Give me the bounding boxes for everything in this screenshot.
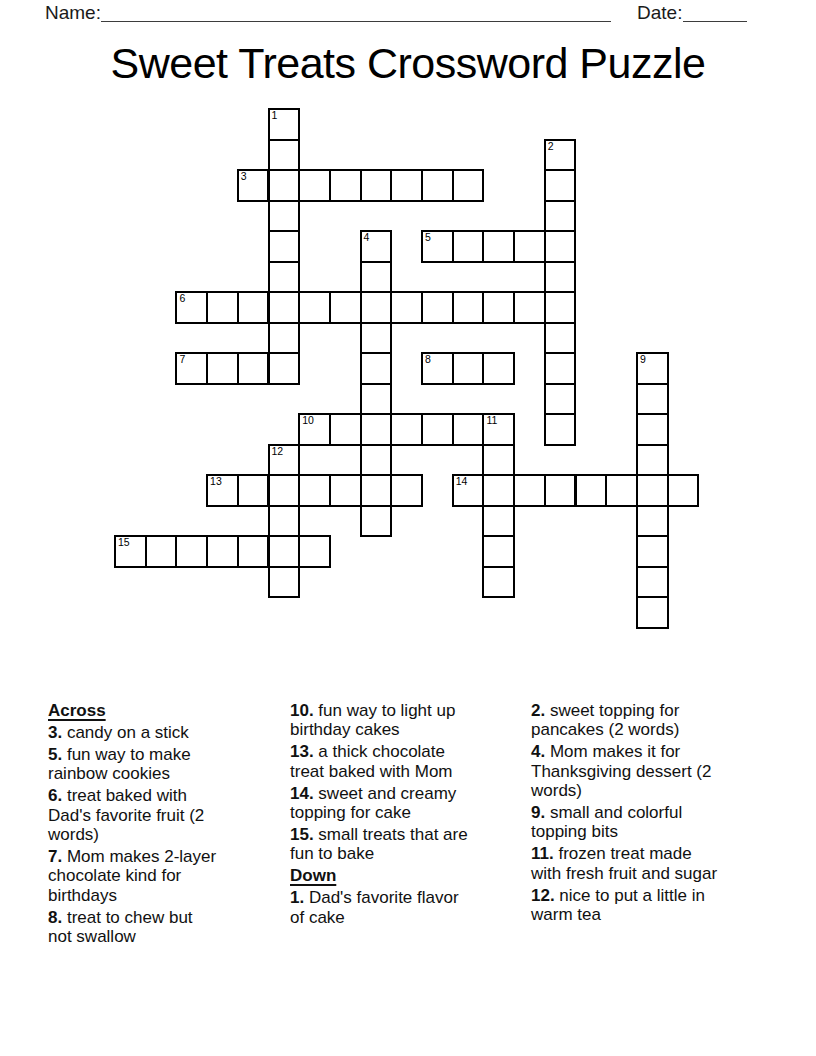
clue-number: 13. [290, 742, 314, 761]
grid-cell-r10c6[interactable]: 10 [298, 413, 331, 446]
grid-cell-r8c3[interactable] [206, 352, 239, 385]
grid-cell-r14c12[interactable] [482, 535, 515, 568]
grid-cell-r12c9[interactable] [390, 474, 423, 507]
grid-cell-r14c3[interactable] [206, 535, 239, 568]
cell-number-11: 11 [486, 415, 497, 426]
grid-cell-r12c4[interactable] [237, 474, 270, 507]
grid-cell-r8c2[interactable]: 7 [175, 352, 208, 385]
clue-number: 7. [48, 847, 62, 866]
grid-cell-r13c12[interactable] [482, 505, 515, 538]
clue-down-1: 1. Dad's favorite flavorof cake [290, 888, 528, 927]
grid-cell-r0c5[interactable]: 1 [268, 108, 301, 141]
grid-cell-r10c7[interactable] [329, 413, 362, 446]
grid-cell-r2c6[interactable] [298, 169, 331, 202]
clue-column-1: Across3. candy on a stick5. fun way to m… [48, 701, 278, 949]
grid-cell-r2c9[interactable] [390, 169, 423, 202]
grid-cell-r8c12[interactable] [482, 352, 515, 385]
grid-cell-r9c14[interactable] [544, 383, 577, 416]
grid-cell-r4c13[interactable] [513, 230, 546, 263]
cell-number-15: 15 [118, 537, 130, 548]
grid-cell-r6c9[interactable] [390, 291, 423, 324]
grid-cell-r6c6[interactable] [298, 291, 331, 324]
grid-cell-r4c10[interactable]: 5 [421, 230, 454, 263]
grid-cell-r10c10[interactable] [421, 413, 454, 446]
grid-cell-r13c17[interactable] [636, 505, 669, 538]
date-label: Date: [637, 1, 682, 24]
grid-cell-r8c10[interactable]: 8 [421, 352, 454, 385]
grid-cell-r4c12[interactable] [482, 230, 515, 263]
clue-number: 11. [531, 844, 554, 863]
grid-cell-r12c11[interactable]: 14 [452, 474, 485, 507]
grid-cell-r14c5[interactable] [268, 535, 301, 568]
grid-cell-r7c5[interactable] [268, 322, 301, 355]
clue-across-3: 3. candy on a stick [48, 723, 278, 742]
grid-cell-r2c4[interactable]: 3 [237, 169, 270, 202]
clue-number: 9. [531, 803, 545, 822]
grid-cell-r5c5[interactable] [268, 261, 301, 294]
grid-cell-r12c16[interactable] [605, 474, 638, 507]
cell-number-6: 6 [179, 293, 185, 304]
grid-cell-r6c10[interactable] [421, 291, 454, 324]
grid-cell-r12c17[interactable] [636, 474, 669, 507]
clue-number: 2. [531, 701, 545, 720]
grid-cell-r8c11[interactable] [452, 352, 485, 385]
grid-cell-r4c5[interactable] [268, 230, 301, 263]
grid-cell-r2c10[interactable] [421, 169, 454, 202]
grid-cell-r13c8[interactable] [360, 505, 393, 538]
grid-cell-r10c14[interactable] [544, 413, 577, 446]
clue-column-2: 10. fun way to light upbirthday cakes13.… [290, 701, 528, 929]
cell-number-7: 7 [179, 354, 185, 365]
clue-number: 10. [290, 701, 314, 720]
page-title: Sweet Treats Crossword Puzzle [0, 40, 816, 86]
clue-number: 3. [48, 723, 62, 742]
cell-number-12: 12 [272, 446, 284, 457]
grid-cell-r9c17[interactable] [636, 383, 669, 416]
grid-cell-r6c5[interactable] [268, 291, 301, 324]
grid-cell-r6c4[interactable] [237, 291, 270, 324]
name-blank-line[interactable] [101, 21, 611, 22]
grid-cell-r9c8[interactable] [360, 383, 393, 416]
grid-cell-r6c13[interactable] [513, 291, 546, 324]
cell-number-13: 13 [210, 476, 222, 487]
grid-cell-r12c15[interactable] [575, 474, 608, 507]
clue-number: 15. [290, 825, 314, 844]
grid-cell-r12c8[interactable] [360, 474, 393, 507]
grid-cell-r2c11[interactable] [452, 169, 485, 202]
grid-cell-r12c3[interactable]: 13 [206, 474, 239, 507]
clue-number: 8. [48, 908, 62, 927]
date-blank-line[interactable] [683, 21, 747, 22]
grid-cell-r8c4[interactable] [237, 352, 270, 385]
clue-down-12: 12. nice to put a little inwarm tea [531, 886, 789, 925]
clue-across-14: 14. sweet and creamytopping for cake [290, 784, 528, 823]
grid-cell-r16c17[interactable] [636, 596, 669, 629]
grid-cell-r12c13[interactable] [513, 474, 546, 507]
clue-down-2: 2. sweet topping forpancakes (2 words) [531, 701, 789, 740]
grid-cell-r4c14[interactable] [544, 230, 577, 263]
grid-cell-r12c18[interactable] [667, 474, 700, 507]
grid-cell-r8c17[interactable]: 9 [636, 352, 669, 385]
clue-across-10: 10. fun way to light upbirthday cakes [290, 701, 528, 740]
grid-cell-r11c12[interactable] [482, 444, 515, 477]
grid-cell-r12c6[interactable] [298, 474, 331, 507]
grid-cell-r2c7[interactable] [329, 169, 362, 202]
grid-cell-r2c5[interactable] [268, 169, 301, 202]
grid-cell-r6c11[interactable] [452, 291, 485, 324]
grid-cell-r14c2[interactable] [175, 535, 208, 568]
grid-cell-r10c12[interactable]: 11 [482, 413, 515, 446]
cell-number-4: 4 [364, 232, 370, 243]
grid-cell-r1c5[interactable] [268, 139, 301, 172]
clue-number: 1. [290, 888, 304, 907]
grid-cell-r6c8[interactable] [360, 291, 393, 324]
grid-cell-r14c0[interactable]: 15 [114, 535, 147, 568]
grid-cell-r2c8[interactable] [360, 169, 393, 202]
grid-cell-r1c14[interactable]: 2 [544, 139, 577, 172]
cell-number-1: 1 [272, 110, 278, 121]
cell-number-5: 5 [425, 232, 431, 243]
cell-number-2: 2 [548, 141, 554, 152]
crossword-grid: 123456789101112131415 [114, 108, 704, 631]
clue-number: 12. [531, 886, 555, 905]
clue-across-15: 15. small treats that arefun to bake [290, 825, 528, 864]
grid-cell-r12c12[interactable] [482, 474, 515, 507]
grid-cell-r6c7[interactable] [329, 291, 362, 324]
grid-cell-r13c5[interactable] [268, 505, 301, 538]
cell-number-10: 10 [302, 415, 314, 426]
clue-across-7: 7. Mom makes 2-layerchocolate kind forbi… [48, 847, 278, 905]
down-header: Down [290, 866, 528, 885]
clue-across-6: 6. treat baked withDad's favorite fruit … [48, 786, 278, 844]
cell-number-9: 9 [640, 354, 646, 365]
grid-cell-r6c12[interactable] [482, 291, 515, 324]
grid-cell-r8c14[interactable] [544, 352, 577, 385]
grid-cell-r6c3[interactable] [206, 291, 239, 324]
clue-across-5: 5. fun way to makerainbow cookies [48, 745, 278, 784]
grid-cell-r12c14[interactable] [544, 474, 577, 507]
clue-down-9: 9. small and colorfultopping bits [531, 803, 789, 842]
grid-cell-r11c8[interactable] [360, 444, 393, 477]
grid-cell-r14c6[interactable] [298, 535, 331, 568]
grid-cell-r15c12[interactable] [482, 566, 515, 599]
grid-cell-r10c17[interactable] [636, 413, 669, 446]
grid-cell-r3c5[interactable] [268, 200, 301, 233]
grid-cell-r10c11[interactable] [452, 413, 485, 446]
grid-cell-r6c2[interactable]: 6 [175, 291, 208, 324]
grid-cell-r12c5[interactable] [268, 474, 301, 507]
grid-cell-r5c8[interactable] [360, 261, 393, 294]
grid-cell-r14c1[interactable] [145, 535, 178, 568]
grid-cell-r8c5[interactable] [268, 352, 301, 385]
clue-down-4: 4. Mom makes it forThanksgiving dessert … [531, 742, 789, 800]
clue-column-3: 2. sweet topping forpancakes (2 words)4.… [531, 701, 789, 927]
grid-cell-r8c8[interactable] [360, 352, 393, 385]
grid-cell-r14c4[interactable] [237, 535, 270, 568]
cell-number-14: 14 [456, 476, 468, 487]
grid-cell-r7c14[interactable] [544, 322, 577, 355]
grid-cell-r11c17[interactable] [636, 444, 669, 477]
grid-cell-r5c14[interactable] [544, 261, 577, 294]
clue-number: 6. [48, 786, 62, 805]
grid-cell-r15c17[interactable] [636, 566, 669, 599]
grid-cell-r11c5[interactable]: 12 [268, 444, 301, 477]
grid-cell-r14c17[interactable] [636, 535, 669, 568]
grid-cell-r15c5[interactable] [268, 566, 301, 599]
grid-cell-r4c8[interactable]: 4 [360, 230, 393, 263]
cell-number-8: 8 [425, 354, 431, 365]
across-header: Across [48, 701, 278, 720]
grid-cell-r7c8[interactable] [360, 322, 393, 355]
grid-cell-r4c11[interactable] [452, 230, 485, 263]
grid-cell-r10c9[interactable] [390, 413, 423, 446]
clue-across-13: 13. a thick chocolatetreat baked with Mo… [290, 742, 528, 781]
grid-cell-r12c7[interactable] [329, 474, 362, 507]
clue-number: 4. [531, 742, 545, 761]
cell-number-3: 3 [241, 171, 247, 182]
grid-cell-r6c14[interactable] [544, 291, 577, 324]
grid-cell-r10c8[interactable] [360, 413, 393, 446]
grid-cell-r2c14[interactable] [544, 169, 577, 202]
clue-down-11: 11. frozen treat madewith fresh fruit an… [531, 844, 789, 883]
clue-number: 14. [290, 784, 314, 803]
clue-across-8: 8. treat to chew butnot swallow [48, 908, 278, 947]
clue-number: 5. [48, 745, 62, 764]
name-label: Name: [45, 1, 101, 24]
grid-cell-r3c14[interactable] [544, 200, 577, 233]
